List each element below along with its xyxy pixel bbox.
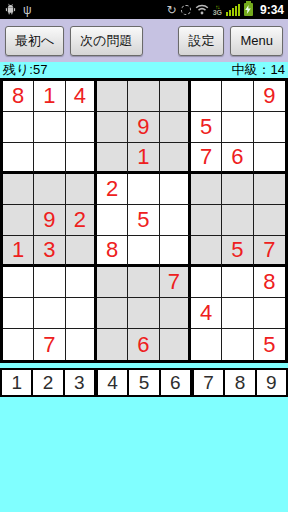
signal-bars-icon xyxy=(226,4,240,16)
cell-r1c1[interactable]: 8 xyxy=(3,81,34,112)
numpad-1[interactable]: 1 xyxy=(2,370,31,395)
cell-r3c4[interactable] xyxy=(97,143,128,174)
numpad-8[interactable]: 8 xyxy=(225,370,254,395)
numpad-6[interactable]: 6 xyxy=(161,370,190,395)
cell-r6c4[interactable]: 8 xyxy=(97,236,128,267)
cell-r3c8[interactable]: 6 xyxy=(222,143,253,174)
status-bar: ψ ↻ ↑↓ 3G 9:34 xyxy=(0,0,288,19)
cell-r5c5[interactable]: 5 xyxy=(128,205,159,236)
cell-r1c4[interactable] xyxy=(97,81,128,112)
cell-r5c9[interactable] xyxy=(254,205,285,236)
settings-button[interactable]: 設定 xyxy=(178,26,224,56)
cell-r5c8[interactable] xyxy=(222,205,253,236)
cell-r7c9[interactable]: 8 xyxy=(254,267,285,298)
cell-r8c2[interactable] xyxy=(34,298,65,329)
cell-r6c1[interactable]: 1 xyxy=(3,236,34,267)
cell-r2c9[interactable] xyxy=(254,112,285,143)
numpad-9[interactable]: 9 xyxy=(257,370,286,395)
cell-r9c8[interactable] xyxy=(222,329,253,360)
cell-r7c8[interactable] xyxy=(222,267,253,298)
cell-r7c4[interactable] xyxy=(97,267,128,298)
cell-r5c4[interactable] xyxy=(97,205,128,236)
cell-r3c5[interactable]: 1 xyxy=(128,143,159,174)
cell-r9c7[interactable] xyxy=(191,329,222,360)
status-clock: 9:34 xyxy=(260,3,284,17)
cell-r5c6[interactable] xyxy=(160,205,191,236)
cell-r7c1[interactable] xyxy=(3,267,34,298)
cell-r4c9[interactable] xyxy=(254,174,285,205)
sync-icon: ↻ xyxy=(167,3,177,17)
cell-r9c1[interactable] xyxy=(3,329,34,360)
data-circle-icon xyxy=(181,3,191,17)
cell-r3c1[interactable] xyxy=(3,143,34,174)
cell-r6c8[interactable]: 5 xyxy=(222,236,253,267)
next-problem-button[interactable]: 次の問題 xyxy=(70,26,142,56)
cell-r7c6[interactable]: 7 xyxy=(160,267,191,298)
cell-r2c4[interactable] xyxy=(97,112,128,143)
cell-r9c5[interactable]: 6 xyxy=(128,329,159,360)
numpad-7[interactable]: 7 xyxy=(194,370,223,395)
cell-r5c2[interactable]: 9 xyxy=(34,205,65,236)
cell-r8c7[interactable]: 4 xyxy=(191,298,222,329)
cell-r3c9[interactable] xyxy=(254,143,285,174)
cell-r6c2[interactable]: 3 xyxy=(34,236,65,267)
remaining-count: 残り:57 xyxy=(3,62,47,78)
cell-r9c2[interactable]: 7 xyxy=(34,329,65,360)
cell-r7c3[interactable] xyxy=(66,267,97,298)
cell-r2c3[interactable] xyxy=(66,112,97,143)
menu-button[interactable]: Menu xyxy=(230,26,283,56)
android-icon xyxy=(4,3,17,17)
battery-icon xyxy=(244,3,253,16)
network-3g-icon: ↑↓ 3G xyxy=(213,3,222,17)
cell-r7c2[interactable] xyxy=(34,267,65,298)
cell-r4c4[interactable]: 2 xyxy=(97,174,128,205)
numpad-3[interactable]: 3 xyxy=(65,370,94,395)
cell-r6c9[interactable]: 7 xyxy=(254,236,285,267)
numpad-4[interactable]: 4 xyxy=(98,370,127,395)
cell-r1c5[interactable] xyxy=(128,81,159,112)
cell-r9c6[interactable] xyxy=(160,329,191,360)
info-row: 残り:57 中級：14 xyxy=(0,62,288,78)
cell-r4c8[interactable] xyxy=(222,174,253,205)
cell-r4c7[interactable] xyxy=(191,174,222,205)
toolbar: 最初へ 次の問題 設定 Menu xyxy=(0,19,288,62)
cell-r8c5[interactable] xyxy=(128,298,159,329)
cell-r8c9[interactable] xyxy=(254,298,285,329)
cell-r1c2[interactable]: 1 xyxy=(34,81,65,112)
cell-r4c6[interactable] xyxy=(160,174,191,205)
cell-r3c6[interactable] xyxy=(160,143,191,174)
cell-r8c4[interactable] xyxy=(97,298,128,329)
cell-r5c1[interactable] xyxy=(3,205,34,236)
difficulty-level: 中級：14 xyxy=(232,62,285,78)
cell-r2c6[interactable] xyxy=(160,112,191,143)
cell-r1c8[interactable] xyxy=(222,81,253,112)
cell-r5c3[interactable]: 2 xyxy=(66,205,97,236)
cell-r2c2[interactable] xyxy=(34,112,65,143)
cell-r8c3[interactable] xyxy=(66,298,97,329)
cell-r7c5[interactable] xyxy=(128,267,159,298)
cell-r8c6[interactable] xyxy=(160,298,191,329)
usb-icon: ψ xyxy=(23,3,32,17)
numpad-2[interactable]: 2 xyxy=(33,370,62,395)
first-button[interactable]: 最初へ xyxy=(5,26,64,56)
cell-r3c2[interactable] xyxy=(34,143,65,174)
cell-r9c3[interactable] xyxy=(66,329,97,360)
number-pad: 123456789 xyxy=(0,368,288,397)
numpad-5[interactable]: 5 xyxy=(129,370,158,395)
cell-r3c3[interactable] xyxy=(66,143,97,174)
cell-r3c7[interactable]: 7 xyxy=(191,143,222,174)
sudoku-board: 814995176292513857784765 xyxy=(0,78,288,363)
cell-r9c9[interactable]: 5 xyxy=(254,329,285,360)
cell-r9c4[interactable] xyxy=(97,329,128,360)
cell-r7c7[interactable] xyxy=(191,267,222,298)
cell-r4c2[interactable] xyxy=(34,174,65,205)
cell-r6c6[interactable] xyxy=(160,236,191,267)
cell-r6c3[interactable] xyxy=(66,236,97,267)
cell-r8c8[interactable] xyxy=(222,298,253,329)
cell-r4c5[interactable] xyxy=(128,174,159,205)
cell-r2c8[interactable] xyxy=(222,112,253,143)
wifi-icon xyxy=(195,3,209,17)
cell-r1c6[interactable] xyxy=(160,81,191,112)
cell-r2c1[interactable] xyxy=(3,112,34,143)
cell-r1c7[interactable] xyxy=(191,81,222,112)
cell-r1c9[interactable]: 9 xyxy=(254,81,285,112)
cell-r1c3[interactable]: 4 xyxy=(66,81,97,112)
cell-r6c5[interactable] xyxy=(128,236,159,267)
cell-r6c7[interactable] xyxy=(191,236,222,267)
cell-r2c7[interactable]: 5 xyxy=(191,112,222,143)
cell-r5c7[interactable] xyxy=(191,205,222,236)
cell-r4c3[interactable] xyxy=(66,174,97,205)
cell-r4c1[interactable] xyxy=(3,174,34,205)
cell-r8c1[interactable] xyxy=(3,298,34,329)
cell-r2c5[interactable]: 9 xyxy=(128,112,159,143)
